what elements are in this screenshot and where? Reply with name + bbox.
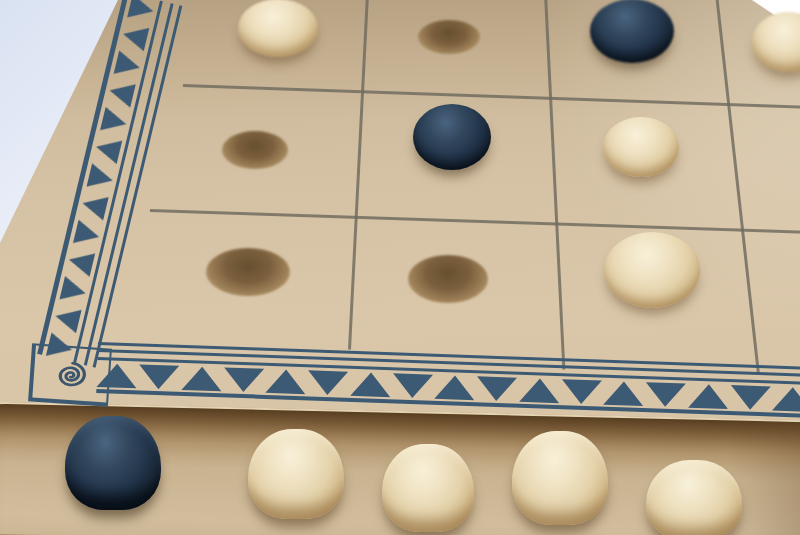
piece-dark-tray1[interactable] [65,416,161,510]
triangle-ornament [519,377,560,402]
triangle-ornament [181,365,222,390]
triangle-ornament [265,368,306,393]
maker-logo-spiral-icon [46,356,96,393]
triangle-ornament [688,383,729,408]
triangle-ornament [476,376,517,401]
board-hole-r2c1[interactable] [222,131,288,169]
border-corner-box [28,343,112,406]
triangle-ornament [139,364,180,389]
triangle-ornament [308,370,349,395]
piece-light-tray2[interactable] [248,429,344,519]
board-hole-r3c2[interactable] [408,255,488,303]
triangle-ornament [223,367,264,392]
piece-light-tray5[interactable] [646,460,742,535]
photo-backdrop [0,0,800,535]
triangle-ornament [772,386,800,411]
piece-light-tray4[interactable] [512,431,608,525]
piece-dark-r2c2[interactable] [413,104,491,170]
piece-light-r2c3[interactable] [603,117,679,177]
piece-dark-r1c3[interactable] [590,0,674,63]
triangle-ornament [350,371,391,396]
triangle-ornament [392,373,433,398]
triangle-ornament [730,385,771,410]
board-hole-r3c1[interactable] [206,248,290,296]
triangle-ornament [434,374,475,399]
board-hole-r1c2[interactable] [418,20,480,54]
triangle-ornament [645,382,686,407]
piece-light-r3c3[interactable] [604,232,700,308]
border-ornament-left [37,0,182,368]
triangle-ornament [561,379,602,404]
piece-light-tray3[interactable] [382,444,474,532]
piece-light-r1c1[interactable] [238,0,318,57]
triangle-ornament [603,380,644,405]
